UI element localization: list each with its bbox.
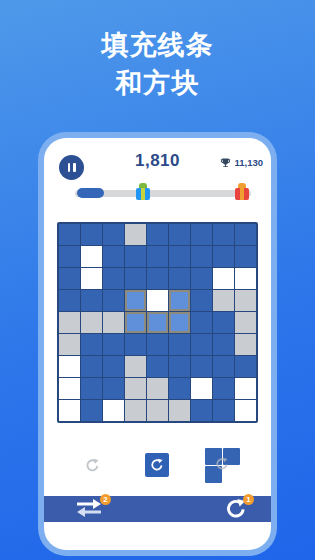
board-cell-r2c6[interactable] (169, 246, 190, 267)
board-cell-r1c6[interactable] (169, 224, 190, 245)
tray-slot-1 (70, 441, 114, 489)
board-cell-r9c7[interactable] (191, 400, 212, 421)
board-cell-r6c2[interactable] (81, 334, 102, 355)
board-cell-r2c8[interactable] (213, 246, 234, 267)
board-cell-r9c9[interactable] (235, 400, 256, 421)
board-cell-r2c2[interactable] (81, 246, 102, 267)
board-cell-r2c4[interactable] (125, 246, 146, 267)
tray-piece-corner[interactable] (205, 448, 240, 483)
board-cell-r8c1[interactable] (59, 378, 80, 399)
board-cell-r7c9[interactable] (235, 356, 256, 377)
board-cell-r6c5[interactable] (147, 334, 168, 355)
board-cell-r1c8[interactable] (213, 224, 234, 245)
mid-gift-icon (136, 183, 150, 200)
board-cell-r3c9[interactable] (235, 268, 256, 289)
app-title: 填充线条 和方块 (0, 26, 315, 102)
phone-mockup: 1,810 11,130 (38, 132, 277, 556)
board-cell-r5c9[interactable] (235, 312, 256, 333)
board-cell-r1c9[interactable] (235, 224, 256, 245)
board-cell-r6c8[interactable] (213, 334, 234, 355)
rotate-piece-button[interactable]: 1 (225, 498, 249, 520)
board-cell-r4c9[interactable] (235, 290, 256, 311)
board-cell-r1c4[interactable] (125, 224, 146, 245)
board-cell-r7c4[interactable] (125, 356, 146, 377)
board-cell-r2c9[interactable] (235, 246, 256, 267)
board-cell-r1c7[interactable] (191, 224, 212, 245)
rotate-icon (215, 457, 229, 471)
board-cell-r4c8[interactable] (213, 290, 234, 311)
board-cell-r1c5[interactable] (147, 224, 168, 245)
board-cell-r5c7[interactable] (191, 312, 212, 333)
tray-slot-2[interactable] (135, 441, 179, 489)
board-cell-r1c3[interactable] (103, 224, 124, 245)
board-cell-r8c8[interactable] (213, 378, 234, 399)
board-cell-r4c2[interactable] (81, 290, 102, 311)
tray-slot-3[interactable] (200, 441, 244, 489)
tray-piece-single[interactable] (145, 453, 169, 477)
board-cell-r5c3[interactable] (103, 312, 124, 333)
board-cell-r9c6[interactable] (169, 400, 190, 421)
board-cell-r7c7[interactable] (191, 356, 212, 377)
bottom-toolbar: 2 1 (44, 496, 271, 522)
board-cell-r5c6[interactable] (169, 312, 190, 333)
board-cell-r8c2[interactable] (81, 378, 102, 399)
board-cell-r5c4[interactable] (125, 312, 146, 333)
rotate-icon (85, 458, 100, 473)
board-cell-r9c3[interactable] (103, 400, 124, 421)
board-cell-r8c6[interactable] (169, 378, 190, 399)
board-cell-r6c3[interactable] (103, 334, 124, 355)
board-cell-r9c5[interactable] (147, 400, 168, 421)
rotate-count-badge: 1 (243, 494, 254, 505)
board-cell-r7c1[interactable] (59, 356, 80, 377)
board-cell-r1c2[interactable] (81, 224, 102, 245)
app-title-line1: 填充线条 (0, 26, 315, 64)
progress-fill (77, 188, 104, 198)
board-cell-r7c6[interactable] (169, 356, 190, 377)
board-cell-r9c8[interactable] (213, 400, 234, 421)
board-cell-r9c1[interactable] (59, 400, 80, 421)
app-title-line2: 和方块 (0, 64, 315, 102)
board-cell-r8c5[interactable] (147, 378, 168, 399)
board-cell-r7c5[interactable] (147, 356, 168, 377)
board-cell-r6c1[interactable] (59, 334, 80, 355)
best-score-value: 11,130 (234, 157, 263, 168)
board-cell-r5c8[interactable] (213, 312, 234, 333)
board-cell-r3c6[interactable] (169, 268, 190, 289)
board-cell-r5c5[interactable] (147, 312, 168, 333)
board-cell-r8c4[interactable] (125, 378, 146, 399)
best-score: 11,130 (220, 157, 263, 168)
board-cell-r7c8[interactable] (213, 356, 234, 377)
board-cell-r3c3[interactable] (103, 268, 124, 289)
board-cell-r6c9[interactable] (235, 334, 256, 355)
board-cell-r2c7[interactable] (191, 246, 212, 267)
swap-pieces-button[interactable]: 2 (74, 498, 106, 520)
board-cell-r4c3[interactable] (103, 290, 124, 311)
board-cell-r8c9[interactable] (235, 378, 256, 399)
board-cell-r9c2[interactable] (81, 400, 102, 421)
board-cell-r3c2[interactable] (81, 268, 102, 289)
board-cell-r3c7[interactable] (191, 268, 212, 289)
board-cell-r8c7[interactable] (191, 378, 212, 399)
board-cell-r1c1[interactable] (59, 224, 80, 245)
swap-count-badge: 2 (100, 494, 111, 505)
board-cell-r9c4[interactable] (125, 400, 146, 421)
board-cell-r4c6[interactable] (169, 290, 190, 311)
rotate-icon (150, 458, 164, 472)
board-cell-r7c3[interactable] (103, 356, 124, 377)
board-cell-r6c7[interactable] (191, 334, 212, 355)
board-cell-r2c5[interactable] (147, 246, 168, 267)
board-cell-r4c1[interactable] (59, 290, 80, 311)
game-screen: 1,810 11,130 (44, 138, 271, 550)
board-cell-r4c5[interactable] (147, 290, 168, 311)
board-cell-r8c3[interactable] (103, 378, 124, 399)
trophy-icon (220, 157, 231, 168)
board-cell-r6c6[interactable] (169, 334, 190, 355)
board-cell-r7c2[interactable] (81, 356, 102, 377)
board-cell-r3c1[interactable] (59, 268, 80, 289)
board-cell-r6c4[interactable] (125, 334, 146, 355)
board-cell-r3c5[interactable] (147, 268, 168, 289)
board-cell-r5c2[interactable] (81, 312, 102, 333)
end-gift-icon (235, 183, 249, 200)
board-cell-r3c8[interactable] (213, 268, 234, 289)
board-cell-r4c4[interactable] (125, 290, 146, 311)
board-cell-r2c3[interactable] (103, 246, 124, 267)
board-cell-r2c1[interactable] (59, 246, 80, 267)
board-cell-r3c4[interactable] (125, 268, 146, 289)
board (57, 222, 258, 423)
board-cell-r4c7[interactable] (191, 290, 212, 311)
board-cell-r5c1[interactable] (59, 312, 80, 333)
